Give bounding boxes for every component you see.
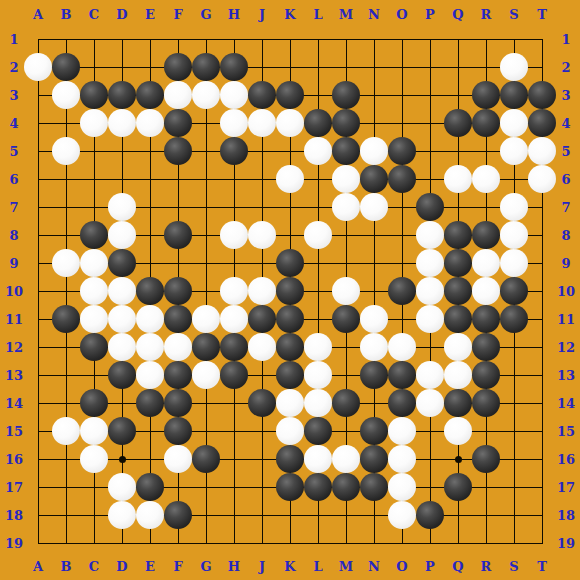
white-stone-A2 bbox=[24, 53, 52, 81]
black-stone-F14 bbox=[164, 389, 192, 417]
go-board[interactable]: AABBCCDDEEFFGGHHJJKKLLMMNNOOPPQQRRSSTT11… bbox=[0, 0, 580, 580]
row-label-left: 17 bbox=[5, 480, 23, 495]
white-stone-M7 bbox=[332, 193, 360, 221]
white-stone-G13 bbox=[192, 361, 220, 389]
black-stone-K12 bbox=[276, 333, 304, 361]
row-label-right: 15 bbox=[557, 424, 575, 439]
white-stone-F3 bbox=[164, 81, 192, 109]
white-stone-E18 bbox=[136, 501, 164, 529]
white-stone-D10 bbox=[108, 277, 136, 305]
black-stone-L15 bbox=[304, 417, 332, 445]
row-label-left: 16 bbox=[5, 452, 23, 467]
column-label-bottom: G bbox=[200, 559, 211, 574]
row-label-right: 13 bbox=[557, 368, 575, 383]
black-stone-M4 bbox=[332, 109, 360, 137]
black-stone-J11 bbox=[248, 305, 276, 333]
column-label-bottom: D bbox=[116, 559, 127, 574]
black-stone-H5 bbox=[220, 137, 248, 165]
row-label-left: 5 bbox=[9, 144, 18, 159]
row-label-left: 3 bbox=[9, 88, 18, 103]
white-stone-L14 bbox=[304, 389, 332, 417]
black-stone-N13 bbox=[360, 361, 388, 389]
black-stone-R3 bbox=[472, 81, 500, 109]
white-stone-Q12 bbox=[444, 333, 472, 361]
white-stone-F16 bbox=[164, 445, 192, 473]
white-stone-O12 bbox=[388, 333, 416, 361]
black-stone-Q17 bbox=[444, 473, 472, 501]
white-stone-O17 bbox=[388, 473, 416, 501]
black-stone-K13 bbox=[276, 361, 304, 389]
black-stone-R12 bbox=[472, 333, 500, 361]
row-label-right: 16 bbox=[557, 452, 575, 467]
black-stone-E14 bbox=[136, 389, 164, 417]
row-label-left: 18 bbox=[5, 508, 23, 523]
white-stone-C4 bbox=[80, 109, 108, 137]
row-label-right: 19 bbox=[557, 536, 575, 551]
black-stone-J14 bbox=[248, 389, 276, 417]
white-stone-S7 bbox=[500, 193, 528, 221]
row-label-right: 4 bbox=[561, 116, 570, 131]
black-stone-R4 bbox=[472, 109, 500, 137]
white-stone-B5 bbox=[52, 137, 80, 165]
white-stone-T5 bbox=[528, 137, 556, 165]
column-label-top: S bbox=[509, 7, 518, 22]
black-stone-L17 bbox=[304, 473, 332, 501]
white-stone-L12 bbox=[304, 333, 332, 361]
white-stone-Q6 bbox=[444, 165, 472, 193]
white-stone-D8 bbox=[108, 221, 136, 249]
column-label-top: H bbox=[228, 7, 240, 22]
black-stone-M3 bbox=[332, 81, 360, 109]
white-stone-R9 bbox=[472, 249, 500, 277]
white-stone-S2 bbox=[500, 53, 528, 81]
row-label-left: 10 bbox=[5, 284, 23, 299]
row-label-right: 3 bbox=[561, 88, 570, 103]
column-label-top: R bbox=[481, 7, 492, 22]
row-label-right: 17 bbox=[557, 480, 575, 495]
row-label-right: 8 bbox=[561, 228, 570, 243]
black-stone-R16 bbox=[472, 445, 500, 473]
row-label-left: 15 bbox=[5, 424, 23, 439]
white-stone-K6 bbox=[276, 165, 304, 193]
column-label-bottom: B bbox=[61, 559, 72, 574]
row-label-right: 12 bbox=[557, 340, 575, 355]
black-stone-R14 bbox=[472, 389, 500, 417]
white-stone-P8 bbox=[416, 221, 444, 249]
row-label-right: 11 bbox=[557, 312, 575, 327]
row-label-left: 13 bbox=[5, 368, 23, 383]
black-stone-N16 bbox=[360, 445, 388, 473]
white-stone-B3 bbox=[52, 81, 80, 109]
black-stone-K10 bbox=[276, 277, 304, 305]
column-label-bottom: K bbox=[284, 559, 295, 574]
row-label-right: 1 bbox=[561, 32, 570, 47]
black-stone-J3 bbox=[248, 81, 276, 109]
black-stone-Q9 bbox=[444, 249, 472, 277]
row-label-left: 7 bbox=[9, 200, 18, 215]
black-stone-C3 bbox=[80, 81, 108, 109]
black-stone-N6 bbox=[360, 165, 388, 193]
white-stone-S5 bbox=[500, 137, 528, 165]
white-stone-D18 bbox=[108, 501, 136, 529]
white-stone-K15 bbox=[276, 417, 304, 445]
row-label-right: 6 bbox=[561, 172, 570, 187]
white-stone-J4 bbox=[248, 109, 276, 137]
white-stone-M16 bbox=[332, 445, 360, 473]
black-stone-Q8 bbox=[444, 221, 472, 249]
white-stone-N5 bbox=[360, 137, 388, 165]
white-stone-L16 bbox=[304, 445, 332, 473]
black-stone-S11 bbox=[500, 305, 528, 333]
white-stone-N11 bbox=[360, 305, 388, 333]
white-stone-L8 bbox=[304, 221, 332, 249]
hoshi-point bbox=[455, 456, 462, 463]
black-stone-F15 bbox=[164, 417, 192, 445]
white-stone-D4 bbox=[108, 109, 136, 137]
column-label-top: N bbox=[368, 7, 380, 22]
row-label-left: 12 bbox=[5, 340, 23, 355]
black-stone-M14 bbox=[332, 389, 360, 417]
column-label-bottom: L bbox=[313, 559, 322, 574]
row-label-right: 9 bbox=[561, 256, 570, 271]
column-label-bottom: F bbox=[173, 559, 182, 574]
white-stone-P11 bbox=[416, 305, 444, 333]
black-stone-E17 bbox=[136, 473, 164, 501]
white-stone-H11 bbox=[220, 305, 248, 333]
row-label-left: 4 bbox=[9, 116, 18, 131]
white-stone-O15 bbox=[388, 417, 416, 445]
white-stone-J8 bbox=[248, 221, 276, 249]
column-label-top: M bbox=[339, 7, 353, 22]
black-stone-R8 bbox=[472, 221, 500, 249]
white-stone-M6 bbox=[332, 165, 360, 193]
white-stone-S8 bbox=[500, 221, 528, 249]
black-stone-N15 bbox=[360, 417, 388, 445]
column-label-top: E bbox=[145, 7, 155, 22]
black-stone-C8 bbox=[80, 221, 108, 249]
black-stone-L4 bbox=[304, 109, 332, 137]
column-label-bottom: S bbox=[509, 559, 518, 574]
white-stone-J12 bbox=[248, 333, 276, 361]
row-label-left: 9 bbox=[9, 256, 18, 271]
white-stone-P10 bbox=[416, 277, 444, 305]
black-stone-O14 bbox=[388, 389, 416, 417]
row-label-left: 19 bbox=[5, 536, 23, 551]
white-stone-K4 bbox=[276, 109, 304, 137]
black-stone-K16 bbox=[276, 445, 304, 473]
black-stone-P18 bbox=[416, 501, 444, 529]
white-stone-D7 bbox=[108, 193, 136, 221]
white-stone-B15 bbox=[52, 417, 80, 445]
black-stone-H12 bbox=[220, 333, 248, 361]
white-stone-C10 bbox=[80, 277, 108, 305]
white-stone-J10 bbox=[248, 277, 276, 305]
black-stone-K9 bbox=[276, 249, 304, 277]
white-stone-Q13 bbox=[444, 361, 472, 389]
black-stone-G16 bbox=[192, 445, 220, 473]
black-stone-H2 bbox=[220, 53, 248, 81]
row-label-left: 8 bbox=[9, 228, 18, 243]
column-label-bottom: Q bbox=[452, 559, 463, 574]
row-label-left: 2 bbox=[9, 60, 18, 75]
white-stone-B9 bbox=[52, 249, 80, 277]
black-stone-K17 bbox=[276, 473, 304, 501]
row-label-right: 5 bbox=[561, 144, 570, 159]
white-stone-G3 bbox=[192, 81, 220, 109]
column-label-bottom: E bbox=[145, 559, 155, 574]
black-stone-F4 bbox=[164, 109, 192, 137]
black-stone-K11 bbox=[276, 305, 304, 333]
white-stone-K14 bbox=[276, 389, 304, 417]
black-stone-M5 bbox=[332, 137, 360, 165]
white-stone-N12 bbox=[360, 333, 388, 361]
column-label-top: Q bbox=[452, 7, 463, 22]
black-stone-G12 bbox=[192, 333, 220, 361]
black-stone-H13 bbox=[220, 361, 248, 389]
column-label-bottom: N bbox=[368, 559, 380, 574]
black-stone-D13 bbox=[108, 361, 136, 389]
black-stone-O13 bbox=[388, 361, 416, 389]
black-stone-F8 bbox=[164, 221, 192, 249]
white-stone-E13 bbox=[136, 361, 164, 389]
column-label-top: G bbox=[200, 7, 211, 22]
black-stone-P7 bbox=[416, 193, 444, 221]
column-label-top: D bbox=[116, 7, 127, 22]
row-label-right: 18 bbox=[557, 508, 575, 523]
column-label-bottom: P bbox=[425, 559, 435, 574]
white-stone-C15 bbox=[80, 417, 108, 445]
column-label-top: B bbox=[61, 7, 72, 22]
row-label-right: 2 bbox=[561, 60, 570, 75]
column-label-bottom: A bbox=[33, 559, 43, 574]
row-label-left: 6 bbox=[9, 172, 18, 187]
white-stone-E12 bbox=[136, 333, 164, 361]
black-stone-D15 bbox=[108, 417, 136, 445]
black-stone-Q4 bbox=[444, 109, 472, 137]
column-label-bottom: C bbox=[89, 559, 99, 574]
white-stone-R6 bbox=[472, 165, 500, 193]
row-label-left: 14 bbox=[5, 396, 23, 411]
black-stone-R13 bbox=[472, 361, 500, 389]
black-stone-T3 bbox=[528, 81, 556, 109]
black-stone-C12 bbox=[80, 333, 108, 361]
column-label-top: K bbox=[284, 7, 295, 22]
column-label-bottom: O bbox=[396, 559, 407, 574]
column-label-top: A bbox=[33, 7, 43, 22]
white-stone-N7 bbox=[360, 193, 388, 221]
black-stone-G2 bbox=[192, 53, 220, 81]
white-stone-D17 bbox=[108, 473, 136, 501]
column-label-top: C bbox=[89, 7, 99, 22]
white-stone-O18 bbox=[388, 501, 416, 529]
white-stone-L13 bbox=[304, 361, 332, 389]
column-label-bottom: T bbox=[537, 559, 547, 574]
black-stone-R11 bbox=[472, 305, 500, 333]
black-stone-S3 bbox=[500, 81, 528, 109]
black-stone-C14 bbox=[80, 389, 108, 417]
column-label-top: J bbox=[259, 7, 265, 22]
black-stone-B2 bbox=[52, 53, 80, 81]
black-stone-D3 bbox=[108, 81, 136, 109]
white-stone-H3 bbox=[220, 81, 248, 109]
white-stone-S9 bbox=[500, 249, 528, 277]
white-stone-P14 bbox=[416, 389, 444, 417]
white-stone-H10 bbox=[220, 277, 248, 305]
black-stone-K3 bbox=[276, 81, 304, 109]
black-stone-D9 bbox=[108, 249, 136, 277]
column-label-top: P bbox=[425, 7, 435, 22]
white-stone-P13 bbox=[416, 361, 444, 389]
white-stone-Q15 bbox=[444, 417, 472, 445]
column-label-top: T bbox=[537, 7, 547, 22]
white-stone-C16 bbox=[80, 445, 108, 473]
black-stone-B11 bbox=[52, 305, 80, 333]
row-label-left: 1 bbox=[9, 32, 18, 47]
white-stone-C11 bbox=[80, 305, 108, 333]
black-stone-Q11 bbox=[444, 305, 472, 333]
black-stone-O6 bbox=[388, 165, 416, 193]
row-label-right: 10 bbox=[557, 284, 575, 299]
black-stone-F11 bbox=[164, 305, 192, 333]
white-stone-E11 bbox=[136, 305, 164, 333]
black-stone-N17 bbox=[360, 473, 388, 501]
row-label-left: 11 bbox=[5, 312, 23, 327]
black-stone-F2 bbox=[164, 53, 192, 81]
white-stone-S4 bbox=[500, 109, 528, 137]
black-stone-F13 bbox=[164, 361, 192, 389]
white-stone-E4 bbox=[136, 109, 164, 137]
row-label-right: 7 bbox=[561, 200, 570, 215]
white-stone-H4 bbox=[220, 109, 248, 137]
black-stone-Q14 bbox=[444, 389, 472, 417]
column-label-bottom: M bbox=[339, 559, 353, 574]
column-label-top: O bbox=[396, 7, 407, 22]
column-label-bottom: J bbox=[259, 559, 265, 574]
black-stone-Q10 bbox=[444, 277, 472, 305]
column-label-bottom: R bbox=[481, 559, 492, 574]
black-stone-E3 bbox=[136, 81, 164, 109]
black-stone-F10 bbox=[164, 277, 192, 305]
white-stone-L5 bbox=[304, 137, 332, 165]
white-stone-R10 bbox=[472, 277, 500, 305]
white-stone-D11 bbox=[108, 305, 136, 333]
row-label-right: 14 bbox=[557, 396, 575, 411]
black-stone-M17 bbox=[332, 473, 360, 501]
white-stone-P9 bbox=[416, 249, 444, 277]
column-label-bottom: H bbox=[228, 559, 240, 574]
hoshi-point bbox=[119, 456, 126, 463]
white-stone-C9 bbox=[80, 249, 108, 277]
black-stone-T4 bbox=[528, 109, 556, 137]
black-stone-E10 bbox=[136, 277, 164, 305]
white-stone-O16 bbox=[388, 445, 416, 473]
white-stone-F12 bbox=[164, 333, 192, 361]
white-stone-G11 bbox=[192, 305, 220, 333]
white-stone-D12 bbox=[108, 333, 136, 361]
go-app-window: AABBCCDDEEFFGGHHJJKKLLMMNNOOPPQQRRSSTT11… bbox=[0, 0, 580, 580]
white-stone-M10 bbox=[332, 277, 360, 305]
black-stone-F5 bbox=[164, 137, 192, 165]
black-stone-M11 bbox=[332, 305, 360, 333]
white-stone-H8 bbox=[220, 221, 248, 249]
black-stone-F18 bbox=[164, 501, 192, 529]
column-label-top: L bbox=[313, 7, 322, 22]
black-stone-O5 bbox=[388, 137, 416, 165]
black-stone-S10 bbox=[500, 277, 528, 305]
column-label-top: F bbox=[173, 7, 182, 22]
white-stone-T6 bbox=[528, 165, 556, 193]
black-stone-O10 bbox=[388, 277, 416, 305]
